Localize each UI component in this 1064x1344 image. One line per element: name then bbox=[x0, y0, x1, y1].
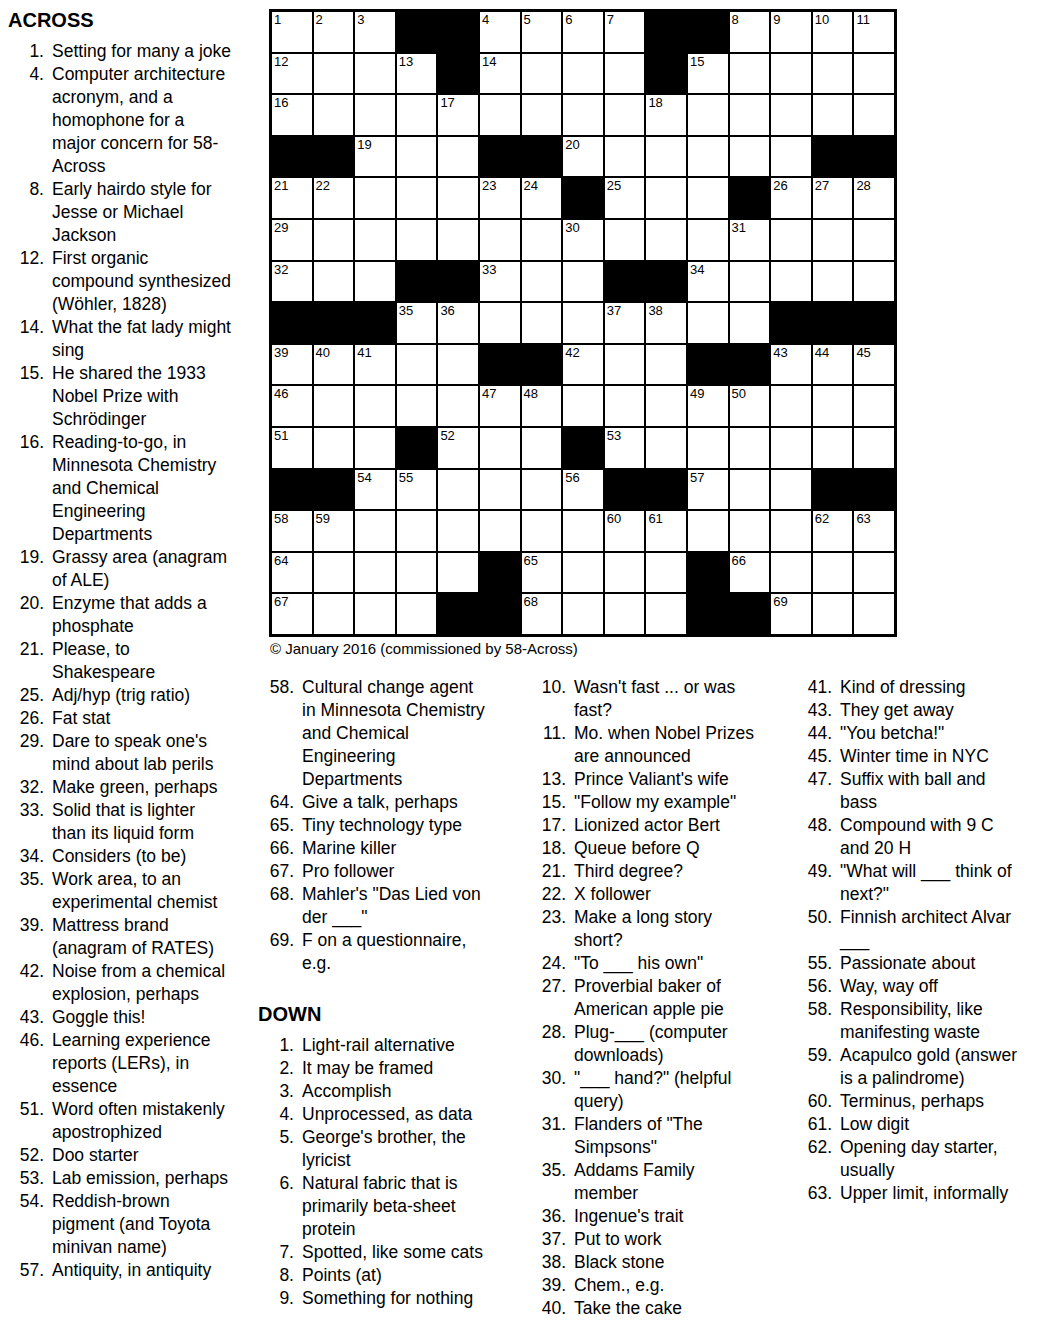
cell-number: 12 bbox=[274, 55, 288, 69]
grid-cell-r11-c9[interactable]: 53 bbox=[604, 427, 646, 469]
down-clue-23: 23.Make a long story short? bbox=[530, 906, 758, 952]
grid-cell-r1-c14[interactable]: 10 bbox=[812, 11, 854, 53]
cell-number: 17 bbox=[440, 96, 454, 110]
grid-cell-r12-c3[interactable]: 54 bbox=[354, 469, 396, 511]
grid-cell-r2-c4[interactable]: 13 bbox=[396, 53, 438, 95]
grid-cell-r3-c1[interactable]: 16 bbox=[271, 94, 313, 136]
grid-cell-r4-c4[interactable] bbox=[396, 136, 438, 178]
down-clue-list-3: 41.Kind of dressing43.They get away44."Y… bbox=[796, 676, 1024, 1205]
grid-cell-r8-c4[interactable]: 35 bbox=[396, 302, 438, 344]
across-clue-4: 4.Computer architecture acronym, and a h… bbox=[8, 63, 232, 178]
grid-cell-r7-c1[interactable]: 32 bbox=[271, 261, 313, 303]
grid-cell-r2-c9[interactable] bbox=[604, 53, 646, 95]
cell-number: 68 bbox=[524, 595, 538, 609]
grid-cell-r12-c4[interactable]: 55 bbox=[396, 469, 438, 511]
clue-text: Ingenue's trait bbox=[574, 1206, 683, 1226]
grid-cell-r12-c1-black bbox=[271, 469, 313, 511]
grid-cell-r7-c8[interactable] bbox=[562, 261, 604, 303]
grid-cell-r2-c1[interactable]: 12 bbox=[271, 53, 313, 95]
grid-cell-r10-c15[interactable] bbox=[853, 385, 895, 427]
grid-cell-r6-c14[interactable] bbox=[812, 219, 854, 261]
clue-text: Make green, perhaps bbox=[52, 777, 217, 797]
cell-number: 14 bbox=[482, 55, 496, 69]
clue-text: Light-rail alternative bbox=[302, 1035, 455, 1055]
grid-cell-r15-c7[interactable]: 68 bbox=[521, 593, 563, 635]
across-clue-43: 43.Goggle this! bbox=[8, 1006, 232, 1029]
grid-cell-r13-c11[interactable] bbox=[687, 510, 729, 552]
cell-number: 69 bbox=[773, 595, 787, 609]
grid-cell-r6-c8[interactable]: 30 bbox=[562, 219, 604, 261]
grid-cell-r2-c12[interactable] bbox=[729, 53, 771, 95]
clue-number: 50. bbox=[796, 906, 832, 929]
grid-cell-r15-c15[interactable] bbox=[853, 593, 895, 635]
grid-cell-r1-c8[interactable]: 6 bbox=[562, 11, 604, 53]
grid-cell-r14-c3[interactable] bbox=[354, 552, 396, 594]
grid-cell-r5-c15[interactable]: 28 bbox=[853, 177, 895, 219]
cell-number: 9 bbox=[773, 13, 780, 27]
grid-cell-r10-c1[interactable]: 46 bbox=[271, 385, 313, 427]
down-clue-63: 63.Upper limit, informally bbox=[796, 1182, 1024, 1205]
grid-cell-r12-c13[interactable] bbox=[770, 469, 812, 511]
across-clue-list-1: 1.Setting for many a joke4.Computer arch… bbox=[8, 40, 232, 1282]
grid-cell-r1-c2[interactable]: 2 bbox=[313, 11, 355, 53]
clue-number: 19. bbox=[8, 546, 44, 569]
grid-cell-r15-c8[interactable] bbox=[562, 593, 604, 635]
crossword-grid: 1234567891011121314151617181920212223242… bbox=[269, 9, 897, 637]
grid-cell-r1-c7[interactable]: 5 bbox=[521, 11, 563, 53]
across-clue-1: 1.Setting for many a joke bbox=[8, 40, 232, 63]
grid-cell-r6-c9[interactable] bbox=[604, 219, 646, 261]
clue-number: 58. bbox=[258, 676, 294, 699]
grid-cell-r6-c7[interactable] bbox=[521, 219, 563, 261]
grid-cell-r5-c6[interactable]: 23 bbox=[479, 177, 521, 219]
cell-number: 66 bbox=[732, 554, 746, 568]
clue-number: 3. bbox=[258, 1080, 294, 1103]
clue-text: Lionized actor Bert bbox=[574, 815, 720, 835]
grid-cell-r10-c13[interactable] bbox=[770, 385, 812, 427]
grid-cell-r9-c15[interactable]: 45 bbox=[853, 344, 895, 386]
grid-cell-r12-c8[interactable]: 56 bbox=[562, 469, 604, 511]
grid-cell-r10-c11[interactable]: 49 bbox=[687, 385, 729, 427]
grid-cell-r5-c3[interactable] bbox=[354, 177, 396, 219]
grid-cell-r11-c11[interactable] bbox=[687, 427, 729, 469]
grid-cell-r10-c9[interactable] bbox=[604, 385, 646, 427]
grid-cell-r15-c10[interactable] bbox=[645, 593, 687, 635]
clue-number: 64. bbox=[258, 791, 294, 814]
grid-cell-r6-c11[interactable] bbox=[687, 219, 729, 261]
clue-number: 68. bbox=[258, 883, 294, 906]
grid-cell-r9-c2[interactable]: 40 bbox=[313, 344, 355, 386]
grid-cell-r1-c9[interactable]: 7 bbox=[604, 11, 646, 53]
grid-cell-r10-c3[interactable] bbox=[354, 385, 396, 427]
grid-cell-r9-c5[interactable] bbox=[437, 344, 479, 386]
grid-cell-r5-c10[interactable] bbox=[645, 177, 687, 219]
grid-cell-r10-c10[interactable] bbox=[645, 385, 687, 427]
down-clue-27: 27.Proverbial baker of American apple pi… bbox=[530, 975, 758, 1021]
grid-cell-r7-c12[interactable] bbox=[729, 261, 771, 303]
cell-number: 33 bbox=[482, 263, 496, 277]
grid-cell-r1-c5-black bbox=[437, 11, 479, 53]
grid-cell-r8-c13-black bbox=[770, 302, 812, 344]
clue-number: 30. bbox=[530, 1067, 566, 1090]
grid-cell-r6-c12[interactable]: 31 bbox=[729, 219, 771, 261]
grid-cell-r4-c15-black bbox=[853, 136, 895, 178]
clue-text: Put to work bbox=[574, 1229, 662, 1249]
cell-number: 6 bbox=[565, 13, 572, 27]
clue-number: 6. bbox=[258, 1172, 294, 1195]
clue-text: Acapulco gold (answer is a palindrome) bbox=[840, 1045, 1017, 1088]
down-clue-60: 60.Terminus, perhaps bbox=[796, 1090, 1024, 1113]
grid-cell-r14-c5[interactable] bbox=[437, 552, 479, 594]
grid-cell-r6-c5[interactable] bbox=[437, 219, 479, 261]
grid-cell-r4-c14-black bbox=[812, 136, 854, 178]
across-clue-16: 16.Reading-to-go, in Minnesota Chemistry… bbox=[8, 431, 232, 546]
grid-cell-r12-c5[interactable] bbox=[437, 469, 479, 511]
grid-cell-r11-c1[interactable]: 51 bbox=[271, 427, 313, 469]
grid-cell-r10-c7[interactable]: 48 bbox=[521, 385, 563, 427]
grid-cell-r8-c10[interactable]: 38 bbox=[645, 302, 687, 344]
across-clue-68: 68.Mahler's "Das Lied von der ___" bbox=[258, 883, 486, 929]
grid-cell-r14-c8[interactable] bbox=[562, 552, 604, 594]
cell-number: 49 bbox=[690, 387, 704, 401]
grid-cell-r8-c8[interactable] bbox=[562, 302, 604, 344]
down-clue-4: 4.Unprocessed, as data bbox=[258, 1103, 486, 1126]
clue-text: Wasn't fast ... or was fast? bbox=[574, 677, 735, 720]
grid-cell-r7-c6[interactable]: 33 bbox=[479, 261, 521, 303]
grid-cell-r6-c15[interactable] bbox=[853, 219, 895, 261]
grid-cell-r7-c2[interactable] bbox=[313, 261, 355, 303]
grid-cell-r14-c15[interactable] bbox=[853, 552, 895, 594]
grid-cell-r14-c9[interactable] bbox=[604, 552, 646, 594]
clue-number: 7. bbox=[258, 1241, 294, 1264]
grid-cell-r13-c3[interactable] bbox=[354, 510, 396, 552]
grid-cell-r3-c5[interactable]: 17 bbox=[437, 94, 479, 136]
down-clue-24: 24."To ___ his own" bbox=[530, 952, 758, 975]
grid-cell-r2-c8[interactable] bbox=[562, 53, 604, 95]
grid-cell-r11-c4-black bbox=[396, 427, 438, 469]
grid-cell-r14-c2[interactable] bbox=[313, 552, 355, 594]
grid-cell-r3-c9[interactable] bbox=[604, 94, 646, 136]
grid-cell-r6-c13[interactable] bbox=[770, 219, 812, 261]
grid-cell-r7-c7[interactable] bbox=[521, 261, 563, 303]
clue-text: Grassy area (anagram of ALE) bbox=[52, 547, 227, 590]
clue-number: 51. bbox=[8, 1098, 44, 1121]
clue-number: 2. bbox=[258, 1057, 294, 1080]
grid-cell-r10-c4[interactable] bbox=[396, 385, 438, 427]
across-clue-25: 25.Adj/hyp (trig ratio) bbox=[8, 684, 232, 707]
clue-text: "Follow my example" bbox=[574, 792, 736, 812]
grid-cell-r1-c12[interactable]: 8 bbox=[729, 11, 771, 53]
across-header: ACROSS bbox=[8, 8, 232, 33]
grid-cell-r8-c6[interactable] bbox=[479, 302, 521, 344]
grid-cell-r1-c10-black bbox=[645, 11, 687, 53]
grid-cell-r5-c13[interactable]: 26 bbox=[770, 177, 812, 219]
grid-cell-r12-c12[interactable] bbox=[729, 469, 771, 511]
grid-cell-r7-c14[interactable] bbox=[812, 261, 854, 303]
grid-cell-r3-c11[interactable] bbox=[687, 94, 729, 136]
grid-cell-r4-c5[interactable] bbox=[437, 136, 479, 178]
cell-number: 5 bbox=[524, 13, 531, 27]
down-clue-5: 5.George's brother, the lyricist bbox=[258, 1126, 486, 1172]
grid-cell-r11-c10[interactable] bbox=[645, 427, 687, 469]
grid-cell-r12-c6[interactable] bbox=[479, 469, 521, 511]
grid-cell-r9-c13[interactable]: 43 bbox=[770, 344, 812, 386]
grid-cell-r6-c4[interactable] bbox=[396, 219, 438, 261]
grid-cell-r3-c4[interactable] bbox=[396, 94, 438, 136]
grid-cell-r3-c13[interactable] bbox=[770, 94, 812, 136]
clue-number: 66. bbox=[258, 837, 294, 860]
grid-cell-r9-c4[interactable] bbox=[396, 344, 438, 386]
across-clue-54: 54.Reddish-brown pigment (and Toyota min… bbox=[8, 1190, 232, 1259]
grid-cell-r13-c2[interactable]: 59 bbox=[313, 510, 355, 552]
grid-cell-r15-c14[interactable] bbox=[812, 593, 854, 635]
grid-cell-r6-c3[interactable] bbox=[354, 219, 396, 261]
grid-cell-r11-c13[interactable] bbox=[770, 427, 812, 469]
grid-cell-r10-c5[interactable] bbox=[437, 385, 479, 427]
clue-number: 45. bbox=[796, 745, 832, 768]
grid-cell-r13-c14[interactable]: 62 bbox=[812, 510, 854, 552]
grid-cell-r8-c9[interactable]: 37 bbox=[604, 302, 646, 344]
clue-number: 5. bbox=[258, 1126, 294, 1149]
grid-cell-r3-c12[interactable] bbox=[729, 94, 771, 136]
cell-number: 67 bbox=[274, 595, 288, 609]
grid-cell-r9-c7-black bbox=[521, 344, 563, 386]
grid-cell-r7-c11[interactable]: 34 bbox=[687, 261, 729, 303]
clue-text: Upper limit, informally bbox=[840, 1183, 1008, 1203]
grid-cell-r1-c6[interactable]: 4 bbox=[479, 11, 521, 53]
clue-text: Reading-to-go, in Minnesota Chemistry an… bbox=[52, 432, 216, 544]
grid-cell-r11-c3[interactable] bbox=[354, 427, 396, 469]
grid-cell-r13-c9[interactable]: 60 bbox=[604, 510, 646, 552]
clue-number: 1. bbox=[8, 40, 44, 63]
grid-cell-r1-c3[interactable]: 3 bbox=[354, 11, 396, 53]
cell-number: 51 bbox=[274, 429, 288, 443]
grid-cell-r11-c5[interactable]: 52 bbox=[437, 427, 479, 469]
grid-cell-r3-c2[interactable] bbox=[313, 94, 355, 136]
across-clue-39: 39.Mattress brand (anagram of RATES) bbox=[8, 914, 232, 960]
cell-number: 48 bbox=[524, 387, 538, 401]
grid-cell-r4-c13[interactable] bbox=[770, 136, 812, 178]
grid-cell-r2-c15[interactable] bbox=[853, 53, 895, 95]
clue-text: What the fat lady might sing bbox=[52, 317, 231, 360]
cell-number: 29 bbox=[274, 221, 288, 235]
grid-cell-r4-c12[interactable] bbox=[729, 136, 771, 178]
grid-cell-r15-c9[interactable] bbox=[604, 593, 646, 635]
grid-cell-r5-c12-black bbox=[729, 177, 771, 219]
grid-cell-r10-c8[interactable] bbox=[562, 385, 604, 427]
across-clue-26: 26.Fat stat bbox=[8, 707, 232, 730]
down-clue-47: 47.Suffix with ball and bass bbox=[796, 768, 1024, 814]
down-clue-48: 48.Compound with 9 C and 20 H bbox=[796, 814, 1024, 860]
grid-cell-r11-c14[interactable] bbox=[812, 427, 854, 469]
clue-number: 39. bbox=[8, 914, 44, 937]
grid-cell-r13-c4[interactable] bbox=[396, 510, 438, 552]
grid-cell-r11-c12[interactable] bbox=[729, 427, 771, 469]
down-clue-58: 58.Responsibility, like manifesting wast… bbox=[796, 998, 1024, 1044]
grid-cell-r13-c5[interactable] bbox=[437, 510, 479, 552]
grid-cell-r2-c11[interactable]: 15 bbox=[687, 53, 729, 95]
grid-cell-r3-c15[interactable] bbox=[853, 94, 895, 136]
grid-cell-r9-c3[interactable]: 41 bbox=[354, 344, 396, 386]
grid-cell-r3-c10[interactable]: 18 bbox=[645, 94, 687, 136]
across-clue-12: 12.First organic compound synthesized (W… bbox=[8, 247, 232, 316]
grid-cell-r15-c13[interactable]: 69 bbox=[770, 593, 812, 635]
down-clue-2: 2.It may be framed bbox=[258, 1057, 486, 1080]
down-clue-61: 61.Low digit bbox=[796, 1113, 1024, 1136]
grid-cell-r10-c6[interactable]: 47 bbox=[479, 385, 521, 427]
grid-cell-r4-c9[interactable] bbox=[604, 136, 646, 178]
grid-cell-r6-c2[interactable] bbox=[313, 219, 355, 261]
grid-cell-r8-c7[interactable] bbox=[521, 302, 563, 344]
grid-cell-r14-c4[interactable] bbox=[396, 552, 438, 594]
grid-cell-r12-c11[interactable]: 57 bbox=[687, 469, 729, 511]
grid-cell-r4-c8[interactable]: 20 bbox=[562, 136, 604, 178]
clue-number: 1. bbox=[258, 1034, 294, 1057]
clue-number: 18. bbox=[530, 837, 566, 860]
grid-cell-r9-c14[interactable]: 44 bbox=[812, 344, 854, 386]
clue-text: Responsibility, like manifesting waste bbox=[840, 999, 983, 1042]
grid-cell-r12-c7[interactable] bbox=[521, 469, 563, 511]
grid-cell-r4-c10[interactable] bbox=[645, 136, 687, 178]
down-clue-50: 50.Finnish architect Alvar ___ bbox=[796, 906, 1024, 952]
grid-cell-r12-c10-black bbox=[645, 469, 687, 511]
clue-number: 23. bbox=[530, 906, 566, 929]
grid-cell-r15-c3[interactable] bbox=[354, 593, 396, 635]
grid-cell-r7-c3[interactable] bbox=[354, 261, 396, 303]
grid-cell-r7-c13[interactable] bbox=[770, 261, 812, 303]
down-clue-10: 10.Wasn't fast ... or was fast? bbox=[530, 676, 758, 722]
clue-number: 48. bbox=[796, 814, 832, 837]
grid-cell-r9-c8[interactable]: 42 bbox=[562, 344, 604, 386]
grid-cell-r15-c2[interactable] bbox=[313, 593, 355, 635]
across-clue-51: 51.Word often mistakenly apostrophized bbox=[8, 1098, 232, 1144]
across-clue-33: 33.Solid that is lighter than its liquid… bbox=[8, 799, 232, 845]
grid-cell-r1-c15[interactable]: 11 bbox=[853, 11, 895, 53]
grid-cell-r2-c2[interactable] bbox=[313, 53, 355, 95]
grid-cell-r4-c11[interactable] bbox=[687, 136, 729, 178]
grid-cell-r14-c12[interactable]: 66 bbox=[729, 552, 771, 594]
grid-cell-r1-c1[interactable]: 1 bbox=[271, 11, 313, 53]
clue-text: Considers (to be) bbox=[52, 846, 186, 866]
grid-cell-r13-c1[interactable]: 58 bbox=[271, 510, 313, 552]
cell-number: 34 bbox=[690, 263, 704, 277]
grid-cell-r13-c12[interactable] bbox=[729, 510, 771, 552]
down-clue-6: 6.Natural fabric that is primarily beta-… bbox=[258, 1172, 486, 1241]
grid-cell-r14-c7[interactable]: 65 bbox=[521, 552, 563, 594]
grid-cell-r13-c6[interactable] bbox=[479, 510, 521, 552]
grid-cell-r13-c13[interactable] bbox=[770, 510, 812, 552]
grid-cell-r1-c13[interactable]: 9 bbox=[770, 11, 812, 53]
cell-number: 26 bbox=[773, 179, 787, 193]
grid-cell-r6-c1[interactable]: 29 bbox=[271, 219, 313, 261]
clue-number: 8. bbox=[258, 1264, 294, 1287]
grid-cell-r14-c10[interactable] bbox=[645, 552, 687, 594]
grid-cell-r13-c15[interactable]: 63 bbox=[853, 510, 895, 552]
grid-cell-r7-c15[interactable] bbox=[853, 261, 895, 303]
clue-text: Unprocessed, as data bbox=[302, 1104, 472, 1124]
grid-cell-r5-c14[interactable]: 27 bbox=[812, 177, 854, 219]
clue-number: 17. bbox=[530, 814, 566, 837]
grid-cell-r14-c11-black bbox=[687, 552, 729, 594]
grid-cell-r14-c13[interactable] bbox=[770, 552, 812, 594]
grid-cell-r2-c7[interactable] bbox=[521, 53, 563, 95]
grid-cell-r9-c10[interactable] bbox=[645, 344, 687, 386]
grid-cell-r8-c11[interactable] bbox=[687, 302, 729, 344]
down-clue-11: 11.Mo. when Nobel Prizes are announced bbox=[530, 722, 758, 768]
grid-cell-r4-c3[interactable]: 19 bbox=[354, 136, 396, 178]
clue-text: Work area, to an experimental chemist bbox=[52, 869, 217, 912]
grid-cell-r13-c10[interactable]: 61 bbox=[645, 510, 687, 552]
clue-text: Natural fabric that is primarily beta-sh… bbox=[302, 1173, 458, 1239]
grid-cell-r6-c10[interactable] bbox=[645, 219, 687, 261]
grid-cell-r5-c2[interactable]: 22 bbox=[313, 177, 355, 219]
grid-cell-r11-c15[interactable] bbox=[853, 427, 895, 469]
grid-cell-r5-c9[interactable]: 25 bbox=[604, 177, 646, 219]
grid-cell-r14-c14[interactable] bbox=[812, 552, 854, 594]
grid-cell-r2-c13[interactable] bbox=[770, 53, 812, 95]
grid-cell-r3-c8[interactable] bbox=[562, 94, 604, 136]
grid-cell-r11-c6[interactable] bbox=[479, 427, 521, 469]
grid-cell-r11-c2[interactable] bbox=[313, 427, 355, 469]
grid-cell-r3-c3[interactable] bbox=[354, 94, 396, 136]
grid-cell-r8-c12[interactable] bbox=[729, 302, 771, 344]
down-clue-36: 36.Ingenue's trait bbox=[530, 1205, 758, 1228]
clue-text: George's brother, the lyricist bbox=[302, 1127, 466, 1170]
grid-cell-r10-c12[interactable]: 50 bbox=[729, 385, 771, 427]
grid-cell-r15-c1[interactable]: 67 bbox=[271, 593, 313, 635]
grid-cell-r5-c4[interactable] bbox=[396, 177, 438, 219]
grid-cell-r2-c6[interactable]: 14 bbox=[479, 53, 521, 95]
grid-cell-r10-c14[interactable] bbox=[812, 385, 854, 427]
across-clue-32: 32.Make green, perhaps bbox=[8, 776, 232, 799]
grid-cell-r5-c5[interactable] bbox=[437, 177, 479, 219]
grid-cell-r3-c14[interactable] bbox=[812, 94, 854, 136]
clue-number: 4. bbox=[8, 63, 44, 86]
grid-cell-r13-c7[interactable] bbox=[521, 510, 563, 552]
clue-number: 14. bbox=[8, 316, 44, 339]
clue-number: 35. bbox=[8, 868, 44, 891]
clue-number: 24. bbox=[530, 952, 566, 975]
grid-cell-r5-c7[interactable]: 24 bbox=[521, 177, 563, 219]
cell-number: 24 bbox=[524, 179, 538, 193]
down-clue-list-1: 1.Light-rail alternative2.It may be fram… bbox=[258, 1034, 486, 1310]
clue-text: X follower bbox=[574, 884, 651, 904]
grid-cell-r9-c1[interactable]: 39 bbox=[271, 344, 313, 386]
cell-number: 3 bbox=[357, 13, 364, 27]
grid-cell-r3-c7[interactable] bbox=[521, 94, 563, 136]
grid-cell-r13-c8[interactable] bbox=[562, 510, 604, 552]
grid-cell-r10-c2[interactable] bbox=[313, 385, 355, 427]
grid-cell-r9-c9[interactable] bbox=[604, 344, 646, 386]
grid-cell-r15-c4[interactable] bbox=[396, 593, 438, 635]
grid-cell-r11-c7[interactable] bbox=[521, 427, 563, 469]
grid-cell-r3-c6[interactable] bbox=[479, 94, 521, 136]
grid-cell-r15-c11-black bbox=[687, 593, 729, 635]
cell-number: 59 bbox=[316, 512, 330, 526]
cell-number: 10 bbox=[815, 13, 829, 27]
cell-number: 64 bbox=[274, 554, 288, 568]
down-clue-37: 37.Put to work bbox=[530, 1228, 758, 1251]
grid-cell-r2-c14[interactable] bbox=[812, 53, 854, 95]
grid-cell-r5-c1[interactable]: 21 bbox=[271, 177, 313, 219]
grid-cell-r2-c5-black bbox=[437, 53, 479, 95]
grid-cell-r8-c5[interactable]: 36 bbox=[437, 302, 479, 344]
grid-cell-r5-c11[interactable] bbox=[687, 177, 729, 219]
grid-cell-r6-c6[interactable] bbox=[479, 219, 521, 261]
grid-cell-r2-c3[interactable] bbox=[354, 53, 396, 95]
grid-cell-r14-c1[interactable]: 64 bbox=[271, 552, 313, 594]
down-clue-22: 22.X follower bbox=[530, 883, 758, 906]
